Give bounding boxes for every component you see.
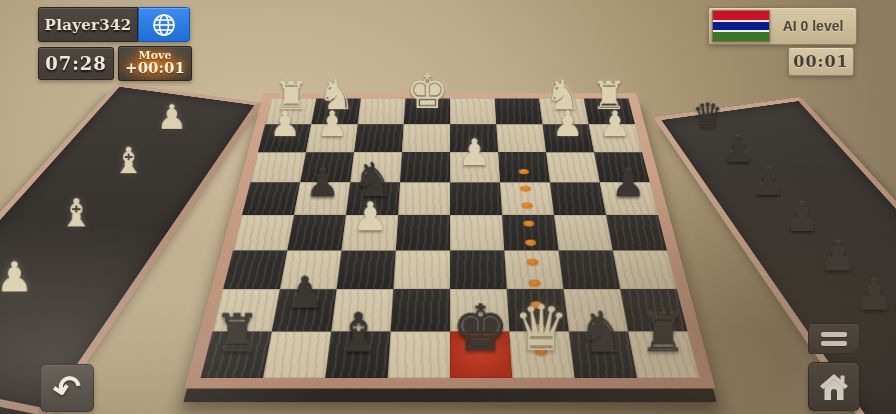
square-b4[interactable] (550, 182, 606, 215)
black-pawn[interactable]: ♟ (306, 164, 340, 202)
square-h6[interactable] (223, 250, 287, 289)
square-h5[interactable] (233, 215, 294, 250)
captured-white-bishop: ♝ (59, 194, 94, 233)
menu-icon (821, 332, 847, 337)
square-d4[interactable] (450, 182, 502, 215)
square-h3[interactable] (250, 152, 306, 182)
square-a8[interactable]: ♜ (628, 331, 699, 378)
move-trail-dot (523, 221, 535, 227)
captured-black-pawn: ♟ (752, 164, 785, 201)
home-icon (818, 372, 850, 402)
undo-button[interactable]: ↶ (40, 364, 94, 412)
square-c3[interactable] (498, 152, 550, 182)
black-pawn[interactable]: ♟ (611, 164, 645, 202)
square-h4[interactable] (242, 182, 300, 215)
move-bonus-value: +00:01 (125, 61, 185, 77)
square-e5[interactable] (396, 215, 450, 250)
square-e7[interactable] (391, 289, 450, 331)
white-pawn[interactable]: ♟ (316, 106, 348, 141)
captured-white-pawn: ♟ (0, 256, 34, 298)
undo-icon: ↶ (49, 365, 85, 410)
captured-black-pawn: ♟ (723, 132, 755, 168)
square-d3[interactable]: ♟ (450, 152, 500, 182)
white-pawn[interactable]: ♟ (552, 106, 584, 141)
white-king[interactable]: ♚ (406, 68, 449, 116)
flag-stripe-green (713, 32, 769, 41)
square-g2[interactable]: ♟ (306, 124, 358, 152)
player-panel: Player342 (38, 7, 190, 40)
opponent-panel: AI 0 level (708, 7, 857, 45)
square-c1[interactable] (495, 98, 543, 124)
player-clock: 07:28 (38, 47, 114, 80)
black-rook[interactable]: ♜ (213, 307, 260, 360)
board-plane: ♜♞♚♞♜♟♟♟♟♟♟♞♟♟♟♜♝♚♛♞♜ ♟♝♝♟ ♛♟♟♟♟♟♝ (201, 98, 700, 378)
square-d6[interactable] (450, 250, 507, 289)
square-b3[interactable] (546, 152, 600, 182)
black-bishop[interactable]: ♝ (335, 306, 383, 360)
opponent-clock: 00:01 (788, 47, 854, 76)
square-f1[interactable] (358, 98, 406, 124)
square-e4[interactable] (398, 182, 450, 215)
square-f2[interactable] (354, 124, 404, 152)
game-screen: ♜♞♚♞♜♟♟♟♟♟♟♞♟♟♟♜♝♚♛♞♜ ♟♝♝♟ ♛♟♟♟♟♟♝ Playe… (0, 0, 896, 414)
square-f6[interactable] (337, 250, 396, 289)
opponent-name: AI 0 level (770, 18, 856, 34)
square-f5[interactable]: ♟ (341, 215, 398, 250)
captured-white-pawn: ♟ (156, 100, 187, 134)
captured-black-pawn: ♟ (784, 198, 819, 237)
black-knight[interactable]: ♞ (577, 304, 627, 360)
white-queen[interactable]: ♛ (513, 297, 570, 360)
globe-icon (151, 12, 177, 38)
captured-white-bishop: ♝ (112, 143, 144, 179)
square-e8[interactable] (388, 331, 450, 378)
menu-button[interactable] (808, 323, 860, 354)
square-d1[interactable] (450, 98, 496, 124)
square-a2[interactable]: ♟ (589, 124, 642, 152)
square-e2[interactable] (402, 124, 450, 152)
move-trail-dot (525, 239, 537, 245)
white-pawn[interactable]: ♟ (458, 134, 491, 171)
move-trail-dot (520, 185, 531, 191)
gambia-flag-icon (712, 10, 770, 42)
player-name: Player342 (38, 7, 138, 42)
black-king[interactable]: ♚ (452, 296, 510, 360)
square-c2[interactable] (496, 124, 546, 152)
square-h8[interactable]: ♜ (201, 331, 272, 378)
square-b8[interactable]: ♞ (569, 331, 637, 378)
square-e1[interactable]: ♚ (404, 98, 450, 124)
square-a5[interactable] (606, 215, 667, 250)
captured-black-pawn: ♟ (855, 274, 893, 316)
move-trail-dot (528, 280, 541, 287)
square-d8[interactable]: ♚ (450, 331, 512, 378)
flag-stripe-blue (713, 22, 769, 30)
square-b5[interactable] (554, 215, 613, 250)
square-g5[interactable] (287, 215, 346, 250)
square-f8[interactable]: ♝ (325, 331, 390, 378)
white-pawn[interactable]: ♟ (269, 106, 301, 141)
menu-icon (821, 341, 847, 346)
square-e6[interactable] (393, 250, 450, 289)
white-pawn[interactable]: ♟ (352, 197, 388, 237)
square-c8[interactable]: ♛ (509, 331, 574, 378)
move-trail-dot (518, 169, 529, 174)
globe-button[interactable] (138, 7, 190, 42)
square-a4[interactable]: ♟ (600, 182, 658, 215)
white-pawn[interactable]: ♟ (599, 106, 631, 141)
captured-black-pawn: ♟ (819, 236, 855, 277)
square-g7[interactable]: ♟ (272, 289, 337, 331)
square-a6[interactable] (613, 250, 677, 289)
square-d5[interactable] (450, 215, 504, 250)
square-h2[interactable]: ♟ (258, 124, 311, 152)
square-e3[interactable] (400, 152, 450, 182)
square-b6[interactable] (559, 250, 621, 289)
square-b2[interactable]: ♟ (542, 124, 594, 152)
captured-black-queen: ♛ (692, 99, 722, 133)
black-rook[interactable]: ♜ (639, 307, 686, 360)
move-bonus-badge: Move +00:01 (118, 46, 192, 81)
black-pawn[interactable]: ♟ (285, 271, 324, 315)
home-button[interactable] (808, 362, 860, 411)
chess-board[interactable]: ♜♞♚♞♜♟♟♟♟♟♟♞♟♟♟♜♝♚♛♞♜ (201, 98, 700, 378)
square-g4[interactable]: ♟ (294, 182, 350, 215)
flag-stripe-red (713, 11, 769, 20)
square-g8[interactable] (263, 331, 331, 378)
